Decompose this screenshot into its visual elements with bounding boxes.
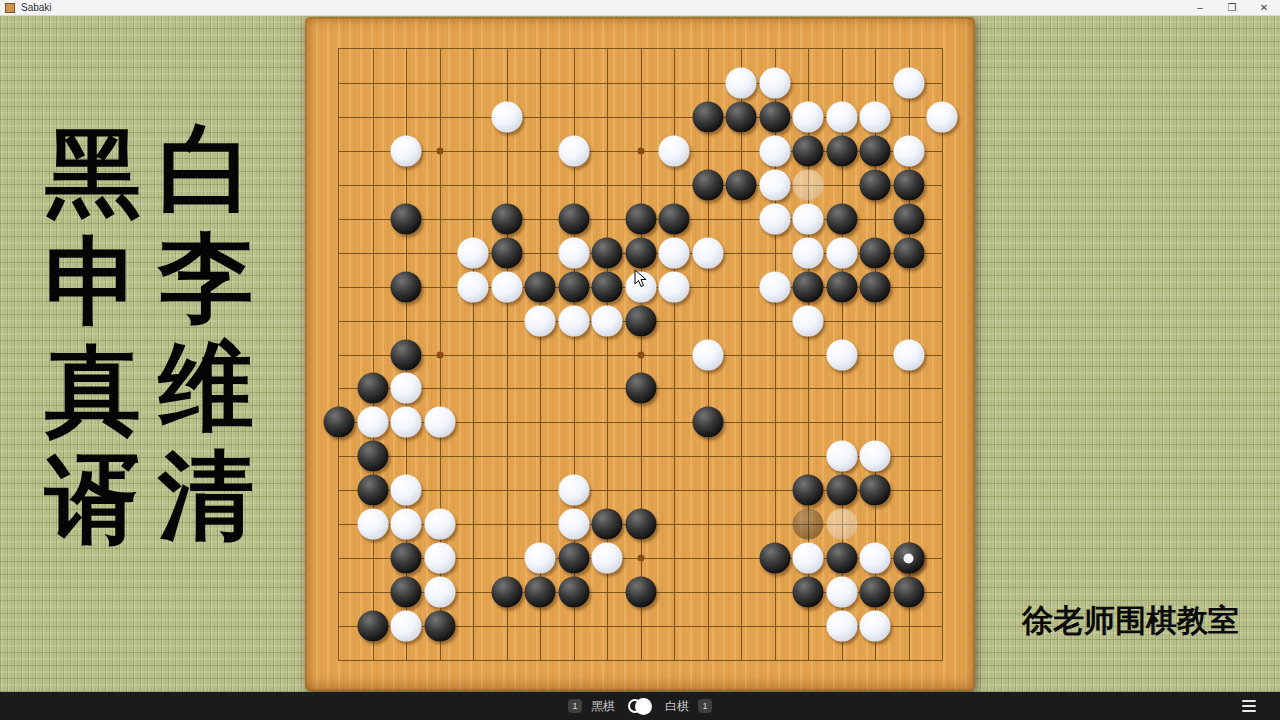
white-stone-icon — [635, 698, 652, 715]
banner-char: 黑 — [45, 118, 141, 227]
banner-char: 李 — [158, 223, 254, 332]
stone-black — [424, 611, 455, 642]
banner-char: 维 — [158, 332, 254, 441]
star-point — [637, 351, 644, 358]
stone-white — [424, 407, 455, 438]
window-controls: – ❐ ✕ — [1184, 0, 1280, 15]
banner-char: 谞 — [45, 445, 141, 554]
stone-white — [659, 135, 690, 166]
stone-black — [826, 203, 857, 234]
stone-black — [357, 441, 388, 472]
turn-toggle[interactable] — [628, 698, 652, 715]
stone-black — [793, 577, 824, 608]
stone-white — [659, 271, 690, 302]
stone-black — [826, 135, 857, 166]
stone-black — [592, 237, 623, 268]
maximize-button[interactable]: ❐ — [1216, 0, 1248, 15]
ghost-stone-white — [826, 509, 857, 540]
banner-black-player: 黑 申 真 谞 — [40, 118, 146, 554]
studio-watermark: 徐老师围棋教室 — [1022, 600, 1250, 642]
stone-black — [860, 577, 891, 608]
stone-white — [860, 543, 891, 574]
stone-white — [659, 237, 690, 268]
stone-black — [391, 577, 422, 608]
star-point — [637, 147, 644, 154]
stone-black — [893, 543, 924, 574]
stone-white — [759, 169, 790, 200]
stone-black — [391, 543, 422, 574]
stone-black — [692, 407, 723, 438]
stone-white — [391, 611, 422, 642]
stone-white — [391, 135, 422, 166]
stone-white — [424, 577, 455, 608]
stone-white — [793, 305, 824, 336]
stone-white — [391, 373, 422, 404]
stone-black — [826, 475, 857, 506]
stone-black — [893, 237, 924, 268]
stone-black — [860, 237, 891, 268]
stone-black — [625, 373, 656, 404]
stone-black — [893, 169, 924, 200]
last-move-marker — [904, 553, 914, 563]
stone-white — [860, 101, 891, 132]
stone-white — [692, 237, 723, 268]
stone-black — [491, 237, 522, 268]
stone-white — [592, 543, 623, 574]
stone-white — [826, 441, 857, 472]
stone-black — [860, 475, 891, 506]
stone-white — [458, 271, 489, 302]
stone-black — [391, 339, 422, 370]
stone-white — [391, 407, 422, 438]
stone-white — [793, 543, 824, 574]
stone-white — [525, 543, 556, 574]
stone-black — [558, 271, 589, 302]
stone-black — [826, 271, 857, 302]
star-point — [436, 147, 443, 154]
stone-white — [558, 237, 589, 268]
stone-white — [759, 203, 790, 234]
bottom-toolbar: 1 黑棋 白棋 1 — [0, 692, 1280, 720]
stone-black — [759, 543, 790, 574]
stone-black — [592, 509, 623, 540]
stone-black — [692, 169, 723, 200]
stone-white — [558, 475, 589, 506]
banner-char: 申 — [45, 227, 141, 336]
stone-black — [659, 203, 690, 234]
stone-white — [860, 611, 891, 642]
stone-black — [324, 407, 355, 438]
stone-white — [558, 305, 589, 336]
stone-white — [826, 339, 857, 370]
stone-black — [860, 169, 891, 200]
stone-white — [826, 237, 857, 268]
stone-white — [391, 475, 422, 506]
stone-black — [893, 577, 924, 608]
white-player-label: 白棋 — [665, 698, 689, 715]
stone-white — [692, 339, 723, 370]
stone-black — [759, 101, 790, 132]
stone-white — [893, 135, 924, 166]
stone-black — [625, 509, 656, 540]
stone-white — [558, 135, 589, 166]
stone-black — [793, 135, 824, 166]
stone-white — [826, 611, 857, 642]
white-captures-badge: 1 — [698, 699, 712, 713]
stone-black — [357, 373, 388, 404]
stone-white — [424, 509, 455, 540]
stone-black — [793, 271, 824, 302]
banner-char: 白 — [158, 114, 254, 223]
stone-black — [893, 203, 924, 234]
star-point — [637, 555, 644, 562]
sabaki-goban-icon — [5, 3, 15, 13]
stone-black — [625, 577, 656, 608]
grid-line — [741, 49, 742, 660]
stone-black — [726, 101, 757, 132]
stone-white — [793, 203, 824, 234]
stone-white — [525, 305, 556, 336]
stone-black — [860, 271, 891, 302]
stone-black — [491, 203, 522, 234]
banner-char: 清 — [158, 441, 254, 550]
stone-black — [793, 475, 824, 506]
minimize-button[interactable]: – — [1184, 0, 1216, 15]
stone-black — [525, 271, 556, 302]
stone-white — [424, 543, 455, 574]
stone-white — [759, 271, 790, 302]
stone-black — [726, 169, 757, 200]
mouse-cursor-icon — [634, 269, 648, 289]
stone-white — [826, 101, 857, 132]
stone-white — [759, 135, 790, 166]
ghost-stone-white — [793, 169, 824, 200]
stone-white — [927, 101, 958, 132]
stone-white — [391, 509, 422, 540]
ghost-stone-black — [793, 509, 824, 540]
stone-white — [860, 441, 891, 472]
stone-white — [726, 67, 757, 98]
stone-black — [525, 577, 556, 608]
stone-white — [558, 509, 589, 540]
stone-white — [826, 577, 857, 608]
stone-black — [357, 611, 388, 642]
close-button[interactable]: ✕ — [1248, 0, 1280, 15]
stone-black — [558, 577, 589, 608]
banner-white-player: 白 李 维 清 — [153, 114, 259, 550]
stone-white — [491, 271, 522, 302]
app-window: Sabaki – ❐ ✕ 黑 申 真 谞 白 李 维 清 徐老师围棋教室 — [0, 0, 1280, 720]
stone-white — [491, 101, 522, 132]
black-captures-badge: 1 — [568, 699, 582, 713]
hamburger-menu-icon[interactable] — [1242, 700, 1256, 712]
black-player-label: 黑棋 — [591, 698, 615, 715]
stone-black — [558, 203, 589, 234]
stone-white — [793, 101, 824, 132]
stone-white — [893, 339, 924, 370]
stone-black — [826, 543, 857, 574]
stone-white — [793, 237, 824, 268]
window-title: Sabaki — [21, 2, 52, 13]
stone-black — [391, 203, 422, 234]
stone-black — [491, 577, 522, 608]
stone-black — [625, 237, 656, 268]
stone-white — [759, 67, 790, 98]
stone-white — [458, 237, 489, 268]
stone-black — [860, 135, 891, 166]
title-bar: Sabaki – ❐ ✕ — [0, 0, 1280, 16]
stone-black — [625, 203, 656, 234]
stone-white — [357, 407, 388, 438]
stone-black — [625, 305, 656, 336]
board-grid[interactable] — [338, 48, 943, 661]
star-point — [436, 351, 443, 358]
go-board[interactable] — [305, 17, 975, 691]
stone-black — [558, 543, 589, 574]
stone-black — [357, 475, 388, 506]
stone-white — [357, 509, 388, 540]
stone-black — [391, 271, 422, 302]
stone-white — [893, 67, 924, 98]
banner-char: 真 — [45, 336, 141, 445]
stone-black — [692, 101, 723, 132]
stone-white — [592, 305, 623, 336]
stone-black — [592, 271, 623, 302]
